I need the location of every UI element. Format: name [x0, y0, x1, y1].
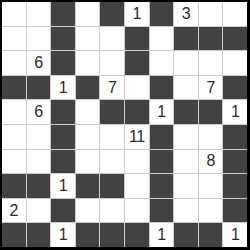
clue-cell[interactable]: 3	[174, 2, 198, 26]
shaded-cell[interactable]	[125, 51, 149, 75]
clue-cell[interactable]: 2	[2, 199, 26, 223]
empty-cell[interactable]	[27, 27, 51, 51]
empty-cell[interactable]	[174, 76, 198, 100]
empty-cell[interactable]	[76, 125, 100, 149]
shaded-cell[interactable]	[199, 27, 223, 51]
empty-cell[interactable]	[199, 2, 223, 26]
clue-cell[interactable]: 7	[100, 76, 124, 100]
shaded-cell[interactable]	[223, 150, 247, 174]
empty-cell[interactable]	[100, 199, 124, 223]
shaded-cell[interactable]	[125, 223, 149, 247]
empty-cell[interactable]	[174, 125, 198, 149]
shaded-cell[interactable]	[199, 100, 223, 124]
shaded-cell[interactable]	[150, 199, 174, 223]
shaded-cell[interactable]	[150, 2, 174, 26]
clue-cell[interactable]: 1	[150, 223, 174, 247]
shaded-cell[interactable]	[2, 76, 26, 100]
empty-cell[interactable]	[199, 125, 223, 149]
empty-cell[interactable]	[100, 125, 124, 149]
empty-cell[interactable]	[76, 27, 100, 51]
empty-cell[interactable]	[2, 27, 26, 51]
shaded-cell[interactable]	[174, 100, 198, 124]
clue-cell[interactable]: 7	[199, 76, 223, 100]
shaded-cell[interactable]	[150, 150, 174, 174]
shaded-cell[interactable]	[223, 174, 247, 198]
shaded-cell[interactable]	[150, 174, 174, 198]
clue-cell[interactable]: 1	[51, 223, 75, 247]
empty-cell[interactable]	[2, 51, 26, 75]
empty-cell[interactable]	[27, 125, 51, 149]
shaded-cell[interactable]	[51, 100, 75, 124]
empty-cell[interactable]	[27, 150, 51, 174]
shaded-cell[interactable]	[51, 27, 75, 51]
empty-cell[interactable]	[150, 27, 174, 51]
shaded-cell[interactable]	[100, 100, 124, 124]
clue-cell[interactable]: 1	[51, 76, 75, 100]
shaded-cell[interactable]	[76, 76, 100, 100]
empty-cell[interactable]	[150, 51, 174, 75]
empty-cell[interactable]	[223, 2, 247, 26]
shaded-cell[interactable]	[199, 223, 223, 247]
empty-cell[interactable]	[174, 199, 198, 223]
shaded-cell[interactable]	[100, 2, 124, 26]
shaded-cell[interactable]	[51, 2, 75, 26]
shaded-cell[interactable]	[174, 223, 198, 247]
clue-cell[interactable]: 1	[150, 100, 174, 124]
shaded-cell[interactable]	[27, 223, 51, 247]
shaded-cell[interactable]	[76, 174, 100, 198]
empty-cell[interactable]	[125, 150, 149, 174]
shaded-cell[interactable]	[51, 150, 75, 174]
empty-cell[interactable]	[2, 125, 26, 149]
clue-cell[interactable]: 8	[199, 150, 223, 174]
shaded-cell[interactable]	[76, 223, 100, 247]
shaded-cell[interactable]	[150, 125, 174, 149]
clue-cell[interactable]: 1	[223, 223, 247, 247]
shaded-cell[interactable]	[223, 76, 247, 100]
empty-cell[interactable]	[174, 174, 198, 198]
empty-cell[interactable]	[223, 51, 247, 75]
empty-cell[interactable]	[199, 174, 223, 198]
empty-cell[interactable]	[100, 150, 124, 174]
empty-cell[interactable]	[27, 199, 51, 223]
empty-cell[interactable]	[2, 100, 26, 124]
empty-cell[interactable]	[100, 51, 124, 75]
shaded-cell[interactable]	[223, 125, 247, 149]
shaded-cell[interactable]	[223, 199, 247, 223]
nurikabe-board: 13617761111812111	[0, 0, 250, 250]
clue-cell[interactable]: 1	[51, 174, 75, 198]
shaded-cell[interactable]	[51, 51, 75, 75]
shaded-cell[interactable]	[51, 125, 75, 149]
clue-cell[interactable]: 6	[27, 100, 51, 124]
clue-cell[interactable]: 1	[223, 100, 247, 124]
shaded-cell[interactable]	[150, 76, 174, 100]
empty-cell[interactable]	[199, 199, 223, 223]
empty-cell[interactable]	[2, 2, 26, 26]
shaded-cell[interactable]	[2, 223, 26, 247]
shaded-cell[interactable]	[51, 199, 75, 223]
shaded-cell[interactable]	[174, 27, 198, 51]
shaded-cell[interactable]	[27, 76, 51, 100]
empty-cell[interactable]	[174, 51, 198, 75]
empty-cell[interactable]	[76, 150, 100, 174]
shaded-cell[interactable]	[2, 174, 26, 198]
empty-cell[interactable]	[2, 150, 26, 174]
empty-cell[interactable]	[76, 199, 100, 223]
empty-cell[interactable]	[199, 51, 223, 75]
shaded-cell[interactable]	[125, 100, 149, 124]
empty-cell[interactable]	[174, 150, 198, 174]
empty-cell[interactable]	[125, 174, 149, 198]
empty-cell[interactable]	[76, 51, 100, 75]
empty-cell[interactable]	[125, 199, 149, 223]
shaded-cell[interactable]	[27, 174, 51, 198]
empty-cell[interactable]	[76, 2, 100, 26]
clue-cell[interactable]: 6	[27, 51, 51, 75]
shaded-cell[interactable]	[100, 174, 124, 198]
empty-cell[interactable]	[76, 100, 100, 124]
empty-cell[interactable]	[125, 76, 149, 100]
clue-cell[interactable]: 1	[125, 2, 149, 26]
empty-cell[interactable]	[100, 27, 124, 51]
shaded-cell[interactable]	[125, 27, 149, 51]
clue-cell[interactable]: 11	[125, 125, 149, 149]
empty-cell[interactable]	[27, 2, 51, 26]
shaded-cell[interactable]	[223, 27, 247, 51]
shaded-cell[interactable]	[100, 223, 124, 247]
